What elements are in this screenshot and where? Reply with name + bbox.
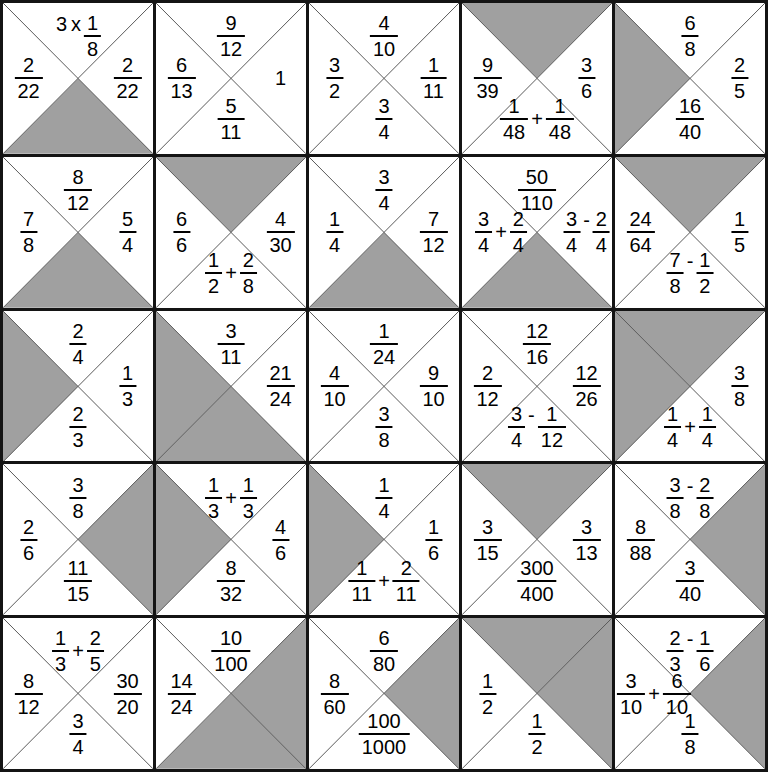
triangle-label-bottom: 34 bbox=[374, 96, 393, 142]
triangle-label-right: 25 bbox=[730, 55, 749, 101]
triangle-label-bottom: 38 bbox=[374, 404, 393, 450]
triangle-label-bottom: 34 bbox=[68, 711, 87, 757]
triangle-label-left: 34+24 bbox=[474, 209, 528, 255]
triangle-label-right: 430 bbox=[265, 209, 295, 255]
triangle-label-bottom: 23 bbox=[68, 404, 87, 450]
triangle-label-top: 34 bbox=[374, 167, 393, 213]
triangle-label-left: 613 bbox=[166, 55, 196, 101]
triangle-label-bottom: 340 bbox=[675, 558, 705, 604]
triangle-label-right: 313 bbox=[571, 517, 601, 563]
triangle-label-left: 66 bbox=[172, 209, 191, 255]
triangle-label-top: 124 bbox=[369, 321, 399, 367]
triangle-label-top: 912 bbox=[216, 13, 246, 59]
triangle-label-left: 812 bbox=[13, 671, 43, 717]
triangle-label-bottom: 34-112 bbox=[507, 404, 567, 450]
cell-r4c2: 13+1346832 bbox=[156, 464, 306, 615]
triangle-label-bottom: 300400 bbox=[516, 558, 557, 604]
triangle-label-right: 38 bbox=[730, 363, 749, 409]
triangle-label-bottom: 511 bbox=[217, 96, 246, 142]
triangle-label-top: 311 bbox=[217, 321, 246, 367]
triangle-label-bottom: 1640 bbox=[675, 96, 705, 142]
triangle-label-right: 222 bbox=[112, 55, 142, 101]
triangle-label-bottom: 1001000 bbox=[358, 711, 411, 757]
cell-r5c2: 101001424 bbox=[156, 618, 306, 769]
triangle-label-left: 78 bbox=[19, 209, 38, 255]
triangle-label-right: 34-24 bbox=[562, 209, 611, 255]
cell-r5c1: 13+25302034812 bbox=[3, 618, 153, 769]
cell-r1c5: 68251640 bbox=[615, 3, 765, 154]
triangle-label-left: 1424 bbox=[166, 671, 196, 717]
triangle-label-bottom: 14+14 bbox=[663, 404, 717, 450]
cell-r1c3: 4101113432 bbox=[309, 3, 459, 154]
triangle-label-top: 3x18 bbox=[54, 13, 102, 59]
triangle-label-right: 910 bbox=[418, 363, 448, 409]
cell-r2c3: 3471214 bbox=[309, 157, 459, 308]
triangle-label-top: 50110 bbox=[517, 167, 557, 213]
triangle-label-right: 712 bbox=[418, 209, 448, 255]
triangle-label-left: 12 bbox=[478, 671, 497, 717]
triangle-label-left: 860 bbox=[319, 671, 349, 717]
triangle-label-left: 26 bbox=[19, 517, 38, 563]
triangle-label-top: 38 bbox=[68, 475, 87, 521]
triangle-label-top: 68 bbox=[680, 13, 699, 59]
triangle-label-top: 680 bbox=[369, 628, 399, 674]
triangle-label-bottom: 1115 bbox=[63, 558, 93, 604]
cell-r1c1: 3x18222222 bbox=[3, 3, 153, 154]
cell-r3c5: 3814+14 bbox=[615, 311, 765, 462]
triangle-label-top: 410 bbox=[369, 13, 399, 59]
triangle-label-bottom: 148+148 bbox=[499, 96, 575, 142]
triangle-label-top: 10100 bbox=[210, 628, 251, 674]
triangle-label-top: 23-16 bbox=[666, 628, 715, 674]
triangle-label-right: 36 bbox=[577, 55, 596, 101]
cell-r4c1: 38111526 bbox=[3, 464, 153, 615]
triangle-label-left: 315 bbox=[472, 517, 502, 563]
triangle-label-top: 812 bbox=[63, 167, 93, 213]
cell-r4c3: 1416111+211 bbox=[309, 464, 459, 615]
cell-r3c2: 3112124 bbox=[156, 311, 306, 462]
triangle-label-left: 32 bbox=[325, 55, 344, 101]
cell-r5c5: 23-1618310+610 bbox=[615, 618, 765, 769]
triangle-label-bottom: 12 bbox=[527, 711, 546, 757]
triangle-label-left: 888 bbox=[625, 517, 655, 563]
triangle-label-left: 310+610 bbox=[616, 671, 692, 717]
triangle-label-bottom: 18 bbox=[680, 711, 699, 757]
triangle-label-top: 38-28 bbox=[666, 475, 715, 521]
triangle-label-right: 111 bbox=[419, 55, 448, 101]
puzzle-board: 3x182222229121511613410111343236148+1489… bbox=[0, 0, 768, 772]
cell-r5c4: 1212 bbox=[462, 618, 612, 769]
triangle-label-bottom: 111+211 bbox=[347, 558, 420, 604]
cell-r1c2: 9121511613 bbox=[156, 3, 306, 154]
triangle-label-right: 15 bbox=[730, 209, 749, 255]
cell-r2c2: 43012+2866 bbox=[156, 157, 306, 308]
cell-r2c4: 5011034-2434+24 bbox=[462, 157, 612, 308]
triangle-label-top: 13+13 bbox=[204, 475, 258, 521]
cell-r2c5: 1578-122464 bbox=[615, 157, 765, 308]
triangle-label-right: 1226 bbox=[571, 363, 601, 409]
triangle-label-top: 14 bbox=[374, 475, 393, 521]
triangle-label-left: 14 bbox=[325, 209, 344, 255]
cell-r4c5: 38-28340888 bbox=[615, 464, 765, 615]
triangle-label-left: 939 bbox=[472, 55, 502, 101]
cell-r4c4: 313300400315 bbox=[462, 464, 612, 615]
cell-r3c3: 12491038410 bbox=[309, 311, 459, 462]
triangle-label-bottom: 78-12 bbox=[666, 250, 715, 296]
cell-r2c1: 8125478 bbox=[3, 157, 153, 308]
triangle-label-top: 24 bbox=[68, 321, 87, 367]
triangle-label-right: 1 bbox=[273, 68, 288, 88]
triangle-label-right: 46 bbox=[271, 517, 290, 563]
triangle-label-right: 2124 bbox=[265, 363, 295, 409]
triangle-label-top: 1216 bbox=[522, 321, 552, 367]
cell-r3c1: 241323 bbox=[3, 311, 153, 462]
triangle-label-top: 13+25 bbox=[51, 628, 105, 674]
triangle-label-bottom: 832 bbox=[216, 558, 246, 604]
triangle-label-bottom: 12+28 bbox=[204, 250, 258, 296]
triangle-label-left: 2464 bbox=[625, 209, 655, 255]
triangle-label-right: 13 bbox=[118, 363, 137, 409]
triangle-label-left: 212 bbox=[472, 363, 502, 409]
triangle-label-left: 410 bbox=[319, 363, 349, 409]
cell-r1c4: 36148+148939 bbox=[462, 3, 612, 154]
triangle-label-left: 222 bbox=[13, 55, 43, 101]
triangle-label-right: 54 bbox=[118, 209, 137, 255]
cell-r3c4: 1216122634-112212 bbox=[462, 311, 612, 462]
triangle-label-right: 3020 bbox=[112, 671, 142, 717]
cell-r5c3: 6801001000860 bbox=[309, 618, 459, 769]
triangle-label-right: 16 bbox=[424, 517, 443, 563]
